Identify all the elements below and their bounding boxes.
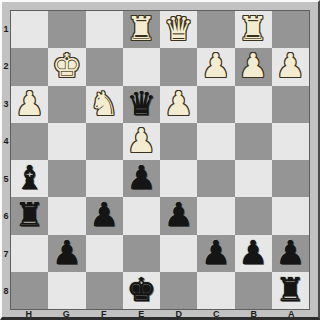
square-c2[interactable]: ♟ xyxy=(197,48,234,85)
square-a5[interactable] xyxy=(272,160,309,197)
file-labels: HGFEDCBA xyxy=(10,309,310,319)
white-pawn-icon[interactable]: ♟ xyxy=(164,87,194,120)
square-h1[interactable] xyxy=(11,11,48,48)
black-pawn-icon[interactable]: ♟ xyxy=(52,236,82,269)
square-e2[interactable] xyxy=(123,48,160,85)
file-label-a: A xyxy=(273,309,311,319)
square-g8[interactable] xyxy=(48,272,85,309)
file-label-f: F xyxy=(85,309,123,319)
square-h3[interactable]: ♟ xyxy=(11,86,48,123)
square-h7[interactable] xyxy=(11,235,48,272)
rank-label-8: 8 xyxy=(2,273,10,311)
square-f4[interactable] xyxy=(86,123,123,160)
black-rook-icon[interactable]: ♜ xyxy=(276,273,306,306)
square-a6[interactable] xyxy=(272,197,309,234)
square-g7[interactable]: ♟ xyxy=(48,235,85,272)
black-pawn-icon[interactable]: ♟ xyxy=(89,198,119,231)
white-rook-icon[interactable]: ♜ xyxy=(127,12,157,45)
file-label-c: C xyxy=(198,309,236,319)
black-rook-icon[interactable]: ♜ xyxy=(15,198,45,231)
white-queen-icon[interactable]: ♛ xyxy=(164,12,194,45)
square-g1[interactable] xyxy=(48,11,85,48)
white-pawn-icon[interactable]: ♟ xyxy=(201,49,231,82)
square-c8[interactable] xyxy=(197,272,234,309)
square-f7[interactable] xyxy=(86,235,123,272)
white-pawn-icon[interactable]: ♟ xyxy=(15,87,45,120)
chessboard-panel: ♜♛♜♚♟♟♟♟♞♛♟♟♝♟♜♟♟♟♟♟♟♚♜ 12345678 HGFEDCB… xyxy=(0,0,320,320)
square-h4[interactable] xyxy=(11,123,48,160)
square-c7[interactable]: ♟ xyxy=(197,235,234,272)
chess-board: ♜♛♜♚♟♟♟♟♞♛♟♟♝♟♜♟♟♟♟♟♟♚♜ xyxy=(10,10,310,310)
square-b2[interactable]: ♟ xyxy=(235,48,272,85)
square-e4[interactable]: ♟ xyxy=(123,123,160,160)
white-rook-icon[interactable]: ♜ xyxy=(238,12,268,45)
square-h6[interactable]: ♜ xyxy=(11,197,48,234)
square-g6[interactable] xyxy=(48,197,85,234)
square-f1[interactable] xyxy=(86,11,123,48)
square-f5[interactable] xyxy=(86,160,123,197)
square-g4[interactable] xyxy=(48,123,85,160)
white-pawn-icon[interactable]: ♟ xyxy=(238,49,268,82)
rank-labels: 12345678 xyxy=(2,10,10,310)
black-pawn-icon[interactable]: ♟ xyxy=(127,161,157,194)
square-a7[interactable]: ♟ xyxy=(272,235,309,272)
white-pawn-icon[interactable]: ♟ xyxy=(276,49,306,82)
square-b1[interactable]: ♜ xyxy=(235,11,272,48)
square-g2[interactable]: ♚ xyxy=(48,48,85,85)
white-knight-icon[interactable]: ♞ xyxy=(89,87,119,120)
square-b5[interactable] xyxy=(235,160,272,197)
rank-label-1: 1 xyxy=(2,10,10,48)
file-label-h: H xyxy=(10,309,48,319)
rank-label-5: 5 xyxy=(2,160,10,198)
square-d2[interactable] xyxy=(160,48,197,85)
file-label-b: B xyxy=(235,309,273,319)
square-g5[interactable] xyxy=(48,160,85,197)
rank-label-6: 6 xyxy=(2,198,10,236)
square-f6[interactable]: ♟ xyxy=(86,197,123,234)
square-f3[interactable]: ♞ xyxy=(86,86,123,123)
square-b7[interactable]: ♟ xyxy=(235,235,272,272)
square-c6[interactable] xyxy=(197,197,234,234)
square-c5[interactable] xyxy=(197,160,234,197)
square-b8[interactable] xyxy=(235,272,272,309)
square-c4[interactable] xyxy=(197,123,234,160)
square-a1[interactable] xyxy=(272,11,309,48)
black-pawn-icon[interactable]: ♟ xyxy=(164,198,194,231)
square-g3[interactable] xyxy=(48,86,85,123)
square-d7[interactable] xyxy=(160,235,197,272)
black-queen-icon[interactable]: ♛ xyxy=(127,87,157,120)
file-label-e: E xyxy=(123,309,161,319)
white-pawn-icon[interactable]: ♟ xyxy=(127,124,157,157)
square-d1[interactable]: ♛ xyxy=(160,11,197,48)
black-pawn-icon[interactable]: ♟ xyxy=(276,236,306,269)
rank-label-2: 2 xyxy=(2,48,10,86)
square-e8[interactable]: ♚ xyxy=(123,272,160,309)
square-a8[interactable]: ♜ xyxy=(272,272,309,309)
black-bishop-icon[interactable]: ♝ xyxy=(15,161,45,194)
square-d5[interactable] xyxy=(160,160,197,197)
square-c1[interactable] xyxy=(197,11,234,48)
square-a3[interactable] xyxy=(272,86,309,123)
square-e3[interactable]: ♛ xyxy=(123,86,160,123)
square-d8[interactable] xyxy=(160,272,197,309)
square-d4[interactable] xyxy=(160,123,197,160)
square-c3[interactable] xyxy=(197,86,234,123)
square-b3[interactable] xyxy=(235,86,272,123)
square-h2[interactable] xyxy=(11,48,48,85)
rank-label-4: 4 xyxy=(2,123,10,161)
file-label-g: G xyxy=(48,309,86,319)
square-d3[interactable]: ♟ xyxy=(160,86,197,123)
square-d6[interactable]: ♟ xyxy=(160,197,197,234)
square-e6[interactable] xyxy=(123,197,160,234)
black-king-icon[interactable]: ♚ xyxy=(127,273,157,306)
square-e1[interactable]: ♜ xyxy=(123,11,160,48)
square-h5[interactable]: ♝ xyxy=(11,160,48,197)
square-h8[interactable] xyxy=(11,272,48,309)
square-b6[interactable] xyxy=(235,197,272,234)
rank-label-7: 7 xyxy=(2,235,10,273)
square-b4[interactable] xyxy=(235,123,272,160)
square-f8[interactable] xyxy=(86,272,123,309)
square-a4[interactable] xyxy=(272,123,309,160)
square-f2[interactable] xyxy=(86,48,123,85)
white-king-icon[interactable]: ♚ xyxy=(52,49,82,82)
black-pawn-icon[interactable]: ♟ xyxy=(238,236,268,269)
square-e7[interactable] xyxy=(123,235,160,272)
file-label-d: D xyxy=(160,309,198,319)
black-pawn-icon[interactable]: ♟ xyxy=(201,236,231,269)
square-a2[interactable]: ♟ xyxy=(272,48,309,85)
square-e5[interactable]: ♟ xyxy=(123,160,160,197)
rank-label-3: 3 xyxy=(2,85,10,123)
